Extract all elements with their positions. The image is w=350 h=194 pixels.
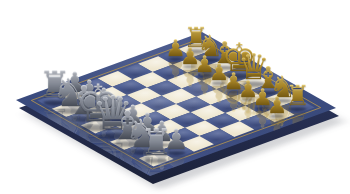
black-rook[interactable]: ♜: [140, 125, 173, 162]
chess-set-photo: ♜♞♝♚♛♝♞♜♟♟♟♟♟♟♟♟♟♟♟♟♟♟♟♟♜♞♝♚♛♝♞♜ ♜♞♝♚♛♝♞…: [0, 0, 350, 194]
white-pawn[interactable]: ♟: [267, 94, 288, 117]
white-rook[interactable]: ♜: [285, 82, 310, 110]
pieces-layer: ♜♞♝♚♛♝♞♜♟♟♟♟♟♟♟♟♟♟♟♟♟♟♟♟♜♞♝♚♛♝♞♜: [0, 0, 350, 194]
